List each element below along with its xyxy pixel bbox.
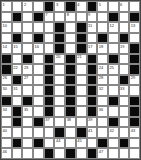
cell-r9c7 — [65, 85, 76, 96]
cell-r15c1[interactable]: 46 — [1, 148, 12, 159]
cell-r2c3[interactable] — [22, 12, 33, 23]
cell-r4c6 — [54, 33, 65, 44]
cell-r10c11 — [108, 96, 119, 107]
cell-r11c1[interactable]: 34 — [1, 106, 12, 117]
cell-r4c4 — [33, 33, 44, 44]
clue-number: 25 — [109, 65, 113, 70]
cell-r9c8[interactable] — [76, 85, 87, 96]
cell-r2c13 — [129, 12, 140, 23]
cell-r12c4 — [33, 117, 44, 128]
cell-r3c6 — [54, 22, 65, 33]
cell-r6c7 — [65, 54, 76, 65]
cell-r8c4[interactable] — [33, 75, 44, 86]
cell-r14c6[interactable]: 44 — [54, 138, 65, 149]
cell-r4c2 — [12, 33, 23, 44]
cell-r4c10 — [97, 33, 108, 44]
clue-number: 33 — [120, 86, 124, 91]
cell-r4c8 — [76, 33, 87, 44]
cell-r14c9[interactable] — [87, 138, 98, 149]
clue-number: 4 — [77, 2, 79, 7]
cell-r5c6 — [54, 43, 65, 54]
cell-r11c2 — [12, 106, 23, 117]
cell-r7c12[interactable] — [119, 64, 130, 75]
cell-r14c11[interactable] — [108, 138, 119, 149]
cell-r7c9 — [87, 64, 98, 75]
clue-number: 42 — [109, 128, 113, 133]
cell-r12c3[interactable] — [22, 117, 33, 128]
cell-r14c3[interactable] — [22, 138, 33, 149]
cell-r13c10[interactable] — [97, 127, 108, 138]
cell-r8c6[interactable] — [54, 75, 65, 86]
clue-number: 38 — [67, 117, 71, 122]
clue-number: 26 — [3, 75, 7, 80]
clue-number: 18 — [99, 44, 103, 49]
cell-r7c2[interactable]: 22 — [12, 64, 23, 75]
cell-r13c5[interactable] — [44, 127, 55, 138]
cell-r8c7 — [65, 75, 76, 86]
clue-number: 47 — [99, 149, 103, 154]
cell-r14c2 — [12, 138, 23, 149]
cell-r7c5 — [44, 64, 55, 75]
cell-r13c3[interactable] — [22, 127, 33, 138]
cell-r15c10[interactable]: 47 — [97, 148, 108, 159]
cell-r2c5[interactable]: 7 — [44, 12, 55, 23]
cell-r4c11[interactable] — [108, 33, 119, 44]
cell-r3c2[interactable] — [12, 22, 23, 33]
cell-r2c9[interactable]: 9 — [87, 12, 98, 23]
cell-r13c4[interactable] — [33, 127, 44, 138]
cell-r7c4[interactable] — [33, 64, 44, 75]
cell-r15c4[interactable] — [33, 148, 44, 159]
cell-r10c10[interactable] — [97, 96, 108, 107]
cell-r1c4[interactable] — [33, 1, 44, 12]
cell-r12c5[interactable]: 37 — [44, 117, 55, 128]
clue-number: 43 — [131, 128, 135, 133]
cell-r11c9 — [87, 106, 98, 117]
cell-r4c12 — [119, 33, 130, 44]
clue-number: 14 — [3, 44, 7, 49]
cell-r9c10[interactable]: 32 — [97, 85, 108, 96]
cell-r1c8[interactable]: 4 — [76, 1, 87, 12]
cell-r10c6[interactable] — [54, 96, 65, 107]
clue-number: 8 — [67, 12, 69, 17]
cell-r10c7 — [65, 96, 76, 107]
cell-r1c9 — [87, 1, 98, 12]
clue-number: 7 — [45, 12, 47, 17]
cell-r14c1[interactable] — [1, 138, 12, 149]
cell-r15c9 — [87, 148, 98, 159]
cell-r3c1[interactable]: 10 — [1, 22, 12, 33]
cell-r3c12[interactable] — [119, 22, 130, 33]
cell-r7c10[interactable]: 24 — [97, 64, 108, 75]
cell-r11c11[interactable] — [108, 106, 119, 117]
clue-number: 3 — [56, 2, 58, 7]
cell-r4c1[interactable] — [1, 33, 12, 44]
cell-r8c3[interactable]: 27 — [22, 75, 33, 86]
cell-r14c8[interactable]: 45 — [76, 138, 87, 149]
clue-number: 41 — [88, 128, 92, 133]
cell-r15c6[interactable] — [54, 148, 65, 159]
clue-number: 20 — [56, 54, 60, 59]
cell-r8c9 — [87, 75, 98, 86]
cell-r1c11[interactable] — [108, 1, 119, 12]
cell-r11c12[interactable] — [119, 106, 130, 117]
cell-r5c5[interactable] — [44, 43, 55, 54]
cell-r6c11 — [108, 54, 119, 65]
clue-number: 6 — [120, 2, 122, 7]
cell-r4c9[interactable] — [87, 33, 98, 44]
cell-r15c5 — [44, 148, 55, 159]
cell-r12c1[interactable] — [1, 117, 12, 128]
clue-number: 1 — [3, 2, 5, 7]
cell-r7c11[interactable]: 25 — [108, 64, 119, 75]
cell-r12c13 — [129, 117, 140, 128]
cell-r12c8[interactable] — [76, 117, 87, 128]
cell-r3c13[interactable]: 13 — [129, 22, 140, 33]
cell-r10c9 — [87, 96, 98, 107]
cell-r2c6[interactable] — [54, 12, 65, 23]
cell-r1c12[interactable]: 6 — [119, 1, 130, 12]
cell-r5c9[interactable]: 17 — [87, 43, 98, 54]
cell-r11c4[interactable] — [33, 106, 44, 117]
clue-number: 19 — [120, 44, 124, 49]
cell-r6c1 — [1, 54, 12, 65]
clue-number: 44 — [56, 138, 60, 143]
clue-number: 37 — [45, 117, 49, 122]
clue-number: 36 — [99, 107, 103, 112]
cell-r6c5 — [44, 54, 55, 65]
cell-r14c4 — [33, 138, 44, 149]
cell-r7c6[interactable] — [54, 64, 65, 75]
cell-r8c1[interactable]: 26 — [1, 75, 12, 86]
cell-r9c4[interactable] — [33, 85, 44, 96]
cell-r6c4[interactable] — [33, 54, 44, 65]
clue-number: 9 — [88, 12, 90, 17]
cell-r2c11 — [108, 12, 119, 23]
clue-number: 32 — [99, 86, 103, 91]
cell-r3c9[interactable]: 11 — [87, 22, 98, 33]
clue-number: 23 — [24, 65, 28, 70]
cell-r10c5 — [44, 96, 55, 107]
cell-r4c5[interactable] — [44, 33, 55, 44]
cell-r5c7[interactable] — [65, 43, 76, 54]
cell-r9c12[interactable]: 33 — [119, 85, 130, 96]
cell-r2c1[interactable] — [1, 12, 12, 23]
cell-r9c5 — [44, 85, 55, 96]
cell-r8c2 — [12, 75, 23, 86]
clue-number: 34 — [3, 107, 7, 112]
cell-r14c5[interactable] — [44, 138, 55, 149]
cell-r6c12[interactable] — [119, 54, 130, 65]
clue-number: 12 — [109, 23, 113, 28]
cell-r14c10 — [97, 138, 108, 149]
cell-r2c2 — [12, 12, 23, 23]
cell-r2c7[interactable]: 8 — [65, 12, 76, 23]
cell-r12c2 — [12, 117, 23, 128]
crossword-board: 1234567891011121314151617181920212223242… — [0, 0, 141, 160]
cell-r11c6[interactable] — [54, 106, 65, 117]
cell-r8c13[interactable]: 29 — [129, 75, 140, 86]
cell-r1c6[interactable]: 3 — [54, 1, 65, 12]
clue-number: 11 — [88, 23, 92, 28]
cell-r2c12[interactable] — [119, 12, 130, 23]
cell-r15c7 — [65, 148, 76, 159]
cell-r4c3[interactable] — [22, 33, 33, 44]
cell-r13c13[interactable]: 43 — [129, 127, 140, 138]
cell-r8c12 — [119, 75, 130, 86]
cell-r1c3[interactable]: 2 — [22, 1, 33, 12]
cell-r5c1[interactable]: 14 — [1, 43, 12, 54]
clue-number: 31 — [13, 86, 17, 91]
cell-r5c3[interactable] — [22, 43, 33, 54]
cell-r5c8 — [76, 43, 87, 54]
cell-r14c13[interactable] — [129, 138, 140, 149]
cell-r3c11[interactable]: 12 — [108, 22, 119, 33]
cell-r7c7 — [65, 64, 76, 75]
cell-r15c11[interactable] — [108, 148, 119, 159]
cell-r1c7 — [65, 1, 76, 12]
cell-r5c13 — [129, 43, 140, 54]
clue-number: 15 — [13, 44, 17, 49]
cell-r5c12[interactable]: 19 — [119, 43, 130, 54]
cell-r3c7[interactable] — [65, 22, 76, 33]
cell-r2c4 — [33, 12, 44, 23]
clue-number: 17 — [88, 44, 92, 49]
cell-r7c13 — [129, 64, 140, 75]
clue-number: 13 — [131, 23, 135, 28]
cell-r3c5[interactable] — [44, 22, 55, 33]
cell-r13c1[interactable]: 40 — [1, 127, 12, 138]
cell-r2c10[interactable] — [97, 12, 108, 23]
cell-r11c7 — [65, 106, 76, 117]
cell-r11c3[interactable]: 35 — [22, 106, 33, 117]
cell-r12c10[interactable] — [97, 117, 108, 128]
cell-r3c10[interactable] — [97, 22, 108, 33]
cell-r2c8[interactable] — [76, 12, 87, 23]
cell-r5c4[interactable]: 16 — [33, 43, 44, 54]
cell-r14c7[interactable] — [65, 138, 76, 149]
clue-number: 29 — [131, 75, 135, 80]
cell-r13c11[interactable]: 42 — [108, 127, 119, 138]
clue-number: 30 — [3, 86, 7, 91]
cell-r7c1 — [1, 64, 12, 75]
cell-r3c8 — [76, 22, 87, 33]
clue-number: 28 — [99, 75, 103, 80]
clue-number: 16 — [35, 44, 39, 49]
cell-r15c12[interactable] — [119, 148, 130, 159]
cell-r10c1 — [1, 96, 12, 107]
cell-r13c12[interactable] — [119, 127, 130, 138]
clue-number: 5 — [99, 2, 101, 7]
cell-r15c8[interactable] — [76, 148, 87, 159]
clue-number: 40 — [3, 128, 7, 133]
cell-r11c5 — [44, 106, 55, 117]
clue-number: 27 — [24, 75, 28, 80]
clue-number: 39 — [88, 117, 92, 122]
cell-r13c8 — [76, 127, 87, 138]
cell-r3c4[interactable] — [33, 22, 44, 33]
cell-r12c6[interactable] — [54, 117, 65, 128]
cell-r11c8[interactable] — [76, 106, 87, 117]
cell-r5c11[interactable] — [108, 43, 119, 54]
cell-r9c13[interactable] — [129, 85, 140, 96]
cell-r9c9 — [87, 85, 98, 96]
cell-r6c3 — [22, 54, 33, 65]
cell-r13c2[interactable] — [12, 127, 23, 138]
cell-r6c8[interactable]: 21 — [76, 54, 87, 65]
cell-r10c3 — [22, 96, 33, 107]
cell-r1c5 — [44, 1, 55, 12]
cell-r9c2[interactable]: 31 — [12, 85, 23, 96]
cell-r10c4[interactable] — [33, 96, 44, 107]
cell-r9c1[interactable]: 30 — [1, 85, 12, 96]
cell-r8c10[interactable]: 28 — [97, 75, 108, 86]
clue-number: 24 — [99, 65, 103, 70]
cell-r6c6[interactable]: 20 — [54, 54, 65, 65]
cell-r12c12[interactable] — [119, 117, 130, 128]
clue-number: 2 — [24, 2, 26, 7]
clue-number: 46 — [3, 149, 7, 154]
cell-r10c13 — [129, 96, 140, 107]
cell-r13c6 — [54, 127, 65, 138]
clue-number: 35 — [24, 107, 28, 112]
cell-r10c8[interactable] — [76, 96, 87, 107]
cell-r15c3[interactable] — [22, 148, 33, 159]
cell-r8c5 — [44, 75, 55, 86]
cell-r6c9 — [87, 54, 98, 65]
clue-number: 45 — [77, 138, 81, 143]
cell-r8c11[interactable] — [108, 75, 119, 86]
cell-r9c3[interactable] — [22, 85, 33, 96]
clue-number: 22 — [13, 65, 17, 70]
cell-r13c9[interactable]: 41 — [87, 127, 98, 138]
cell-r7c8[interactable] — [76, 64, 87, 75]
cell-r5c2[interactable]: 15 — [12, 43, 23, 54]
cell-r11c10[interactable]: 36 — [97, 106, 108, 117]
cell-r6c13 — [129, 54, 140, 65]
cell-r12c11 — [108, 117, 119, 128]
cell-r9c11[interactable] — [108, 85, 119, 96]
cell-r15c13[interactable] — [129, 148, 140, 159]
cell-r12c7[interactable]: 38 — [65, 117, 76, 128]
cell-r1c2[interactable] — [12, 1, 23, 12]
clue-number: 21 — [77, 54, 81, 59]
cell-r11c13 — [129, 106, 140, 117]
cell-r6c2[interactable] — [12, 54, 23, 65]
clue-number: 10 — [3, 23, 7, 28]
cell-r10c2[interactable] — [12, 96, 23, 107]
cell-r15c2[interactable] — [12, 148, 23, 159]
cell-r9c6[interactable] — [54, 85, 65, 96]
cell-r6c10[interactable] — [97, 54, 108, 65]
cell-r8c8[interactable] — [76, 75, 87, 86]
cell-r1c1[interactable]: 1 — [1, 1, 12, 12]
cell-r3c3[interactable] — [22, 22, 33, 33]
cell-r10c12[interactable] — [119, 96, 130, 107]
cell-r1c13[interactable] — [129, 1, 140, 12]
cell-r5c10[interactable]: 18 — [97, 43, 108, 54]
cell-r12c9[interactable]: 39 — [87, 117, 98, 128]
cell-r13c7[interactable] — [65, 127, 76, 138]
cell-r4c7[interactable] — [65, 33, 76, 44]
cell-r1c10[interactable]: 5 — [97, 1, 108, 12]
cell-r4c13[interactable] — [129, 33, 140, 44]
cell-r14c12 — [119, 138, 130, 149]
cell-r7c3[interactable]: 23 — [22, 64, 33, 75]
